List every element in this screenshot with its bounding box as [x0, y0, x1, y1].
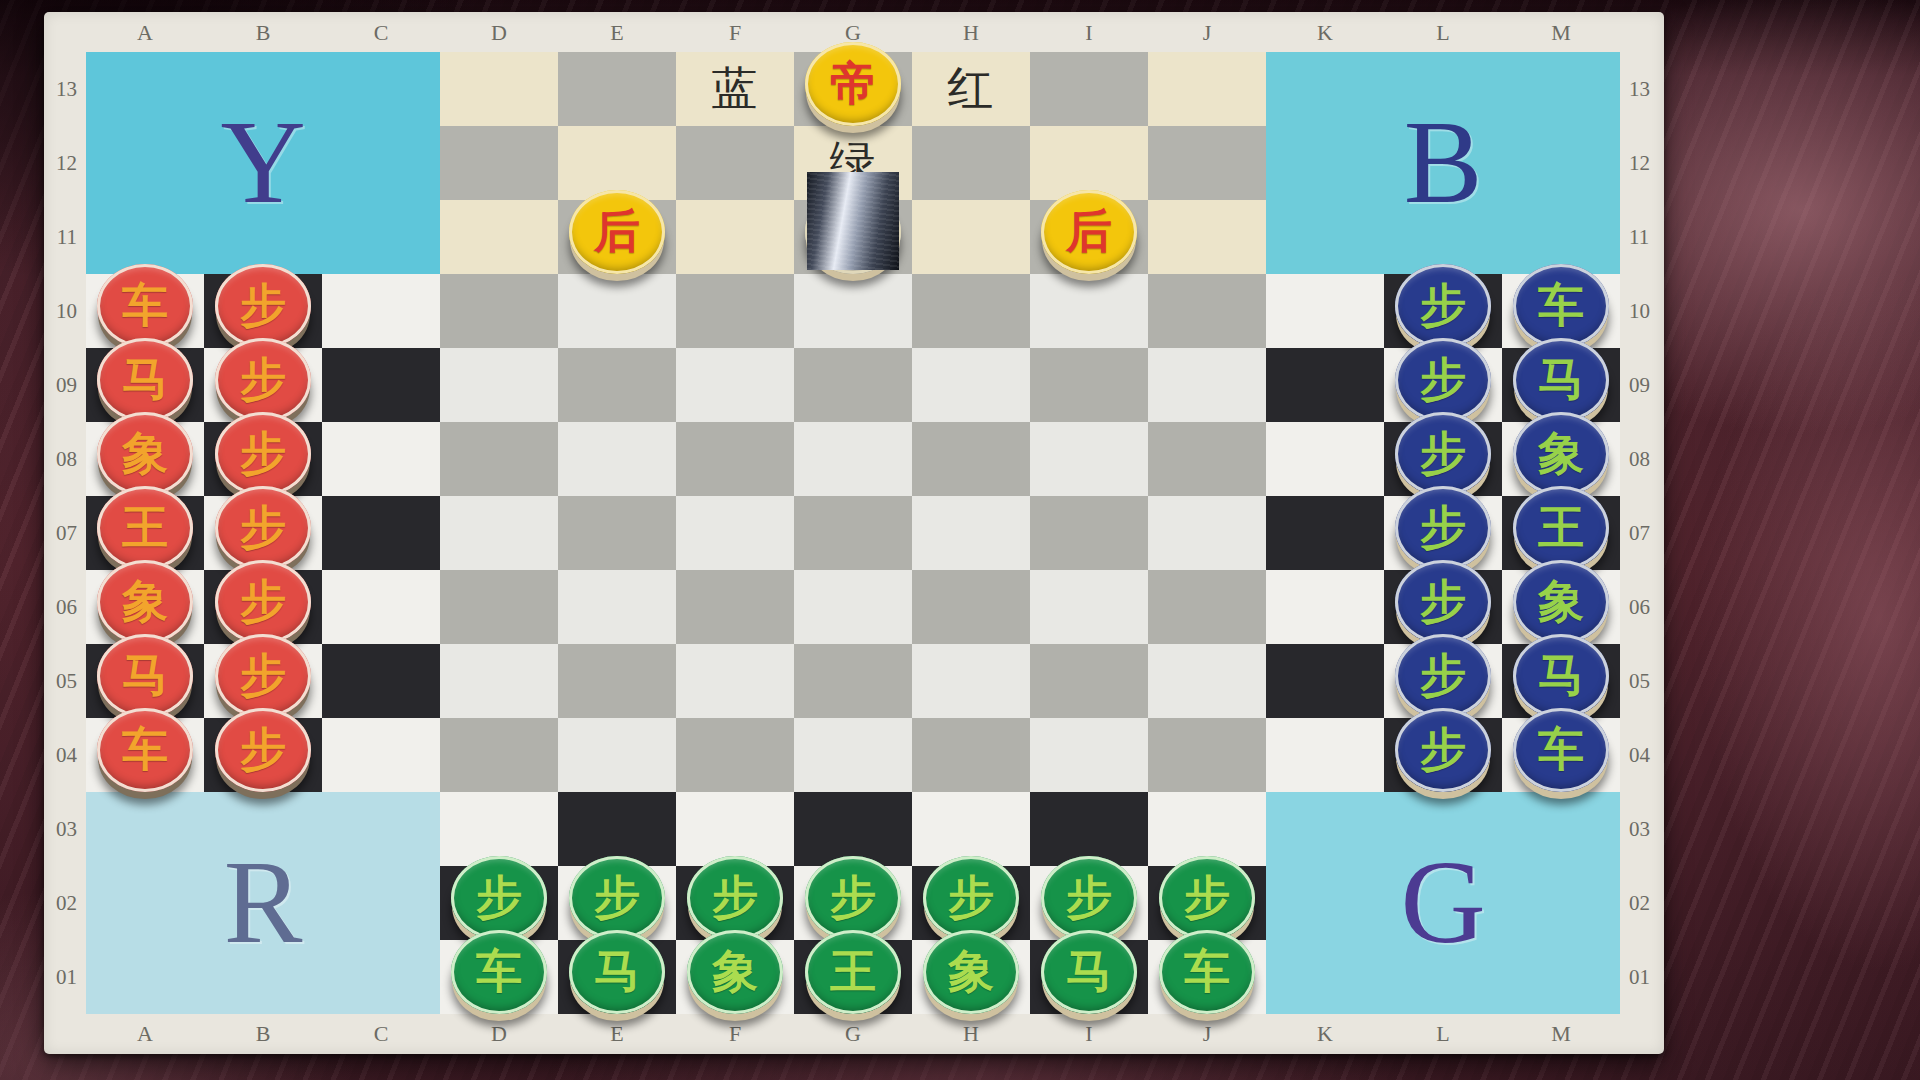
- piece-blue_right-M10[interactable]: 车: [1513, 264, 1609, 348]
- row-label-05: 05: [1622, 644, 1662, 718]
- square-J05[interactable]: [1148, 644, 1266, 718]
- col-label-B: B: [204, 16, 322, 50]
- col-label-D: D: [440, 16, 558, 50]
- row-label-11: 11: [1622, 200, 1662, 274]
- square-J06[interactable]: [1148, 570, 1266, 644]
- square-I12[interactable]: [1030, 126, 1148, 200]
- piece-yellow_top-E11[interactable]: 后: [569, 190, 665, 274]
- piece-red_left-A05[interactable]: 马: [97, 634, 193, 718]
- piece-blue_right-M04[interactable]: 车: [1513, 708, 1609, 792]
- row-label-13: 13: [1622, 52, 1662, 126]
- piece-blue_right-L09[interactable]: 步: [1395, 338, 1491, 422]
- square-E04[interactable]: [558, 718, 676, 792]
- censored-box: [807, 172, 899, 270]
- col-label-A: A: [86, 16, 204, 50]
- row-label-01: 01: [1622, 940, 1662, 1014]
- piece-green_bottom-G01[interactable]: 王: [805, 930, 901, 1014]
- square-H05[interactable]: [912, 644, 1030, 718]
- square-C05[interactable]: [322, 644, 440, 718]
- corner-yellow-home: Y: [86, 52, 440, 274]
- square-C04[interactable]: [322, 718, 440, 792]
- square-E05[interactable]: [558, 644, 676, 718]
- row-label-04: 04: [1622, 718, 1662, 792]
- row-label-08: 08: [44, 422, 84, 496]
- row-label-09: 09: [44, 348, 84, 422]
- piece-red_left-B08[interactable]: 步: [215, 412, 311, 496]
- square-H12[interactable]: [912, 126, 1030, 200]
- square-I07[interactable]: [1030, 496, 1148, 570]
- square-H07[interactable]: [912, 496, 1030, 570]
- piece-red_left-B09[interactable]: 步: [215, 338, 311, 422]
- piece-green_bottom-F02[interactable]: 步: [687, 856, 783, 940]
- col-label-F: F: [676, 1017, 794, 1051]
- piece-green_bottom-D02[interactable]: 步: [451, 856, 547, 940]
- piece-blue_right-M05[interactable]: 马: [1513, 634, 1609, 718]
- square-K08[interactable]: [1266, 422, 1384, 496]
- square-C10[interactable]: [322, 274, 440, 348]
- square-H04[interactable]: [912, 718, 1030, 792]
- square-F05[interactable]: [676, 644, 794, 718]
- corner-red-home: R: [86, 792, 440, 1014]
- square-G06[interactable]: [794, 570, 912, 644]
- row-label-06: 06: [44, 570, 84, 644]
- square-J03[interactable]: [1148, 792, 1266, 866]
- square-E10[interactable]: [558, 274, 676, 348]
- square-G04[interactable]: [794, 718, 912, 792]
- row-label-04: 04: [44, 718, 84, 792]
- piece-green_bottom-I01[interactable]: 马: [1041, 930, 1137, 1014]
- col-label-G: G: [794, 1017, 912, 1051]
- piece-red_left-A08[interactable]: 象: [97, 412, 193, 496]
- square-H09[interactable]: [912, 348, 1030, 422]
- piece-blue_right-L08[interactable]: 步: [1395, 412, 1491, 496]
- square-I13[interactable]: [1030, 52, 1148, 126]
- piece-red_left-A06[interactable]: 象: [97, 560, 193, 644]
- col-label-H: H: [912, 16, 1030, 50]
- piece-blue_right-L04[interactable]: 步: [1395, 708, 1491, 792]
- row-label-09: 09: [1622, 348, 1662, 422]
- square-C09[interactable]: [322, 348, 440, 422]
- col-label-F: F: [676, 16, 794, 50]
- piece-red_left-B06[interactable]: 步: [215, 560, 311, 644]
- col-label-K: K: [1266, 16, 1384, 50]
- piece-blue_right-L10[interactable]: 步: [1395, 264, 1491, 348]
- square-F12[interactable]: [676, 126, 794, 200]
- square-K06[interactable]: [1266, 570, 1384, 644]
- col-label-M: M: [1502, 1017, 1620, 1051]
- row-label-11: 11: [44, 200, 84, 274]
- col-label-J: J: [1148, 16, 1266, 50]
- row-label-08: 08: [1622, 422, 1662, 496]
- piece-green_bottom-H02[interactable]: 步: [923, 856, 1019, 940]
- row-label-02: 02: [1622, 866, 1662, 940]
- corner-letter-R: R: [224, 844, 303, 962]
- piece-red_left-A04[interactable]: 车: [97, 708, 193, 792]
- row-label-03: 03: [1622, 792, 1662, 866]
- square-D06[interactable]: [440, 570, 558, 644]
- game-board: ABCDEFGHIJKLM ABCDEFGHIJKLM 131211100908…: [44, 12, 1664, 1054]
- col-label-J: J: [1148, 1017, 1266, 1051]
- piece-green_bottom-G02[interactable]: 步: [805, 856, 901, 940]
- square-D12[interactable]: [440, 126, 558, 200]
- col-label-I: I: [1030, 16, 1148, 50]
- row-label-10: 10: [44, 274, 84, 348]
- corner-letter-B: B: [1404, 104, 1483, 222]
- square-E03[interactable]: [558, 792, 676, 866]
- square-H06[interactable]: [912, 570, 1030, 644]
- row-label-05: 05: [44, 644, 84, 718]
- row-label-03: 03: [44, 792, 84, 866]
- square-H08[interactable]: [912, 422, 1030, 496]
- piece-blue_right-L05[interactable]: 步: [1395, 634, 1491, 718]
- corner-letter-G: G: [1400, 844, 1485, 962]
- row-label-02: 02: [44, 866, 84, 940]
- square-I05[interactable]: [1030, 644, 1148, 718]
- row-label-01: 01: [44, 940, 84, 1014]
- piece-yellow_top-G13[interactable]: 帝: [805, 42, 901, 126]
- piece-red_left-A07[interactable]: 王: [97, 486, 193, 570]
- square-J12[interactable]: [1148, 126, 1266, 200]
- row-labels-right: 13121110090807060504030201: [1622, 52, 1662, 1014]
- col-label-M: M: [1502, 16, 1620, 50]
- square-D07[interactable]: [440, 496, 558, 570]
- square-K09[interactable]: [1266, 348, 1384, 422]
- square-F08[interactable]: [676, 422, 794, 496]
- row-label-10: 10: [1622, 274, 1662, 348]
- square-F03[interactable]: [676, 792, 794, 866]
- square-H11[interactable]: [912, 200, 1030, 274]
- square-J07[interactable]: [1148, 496, 1266, 570]
- col-label-L: L: [1384, 1017, 1502, 1051]
- square-J09[interactable]: [1148, 348, 1266, 422]
- square-F04[interactable]: [676, 718, 794, 792]
- piece-red_left-A09[interactable]: 马: [97, 338, 193, 422]
- square-J04[interactable]: [1148, 718, 1266, 792]
- piece-blue_right-L07[interactable]: 步: [1395, 486, 1491, 570]
- piece-red_left-A10[interactable]: 车: [97, 264, 193, 348]
- piece-red_left-B04[interactable]: 步: [215, 708, 311, 792]
- square-F07[interactable]: [676, 496, 794, 570]
- row-label-07: 07: [44, 496, 84, 570]
- square-D10[interactable]: [440, 274, 558, 348]
- piece-blue_right-M08[interactable]: 象: [1513, 412, 1609, 496]
- square-D08[interactable]: [440, 422, 558, 496]
- square-E06[interactable]: [558, 570, 676, 644]
- square-F10[interactable]: [676, 274, 794, 348]
- piece-green_bottom-H01[interactable]: 象: [923, 930, 1019, 1014]
- square-D13[interactable]: [440, 52, 558, 126]
- col-label-A: A: [86, 1017, 204, 1051]
- square-D04[interactable]: [440, 718, 558, 792]
- square-I09[interactable]: [1030, 348, 1148, 422]
- square-I06[interactable]: [1030, 570, 1148, 644]
- col-label-C: C: [322, 16, 440, 50]
- square-C07[interactable]: [322, 496, 440, 570]
- square-text-H13: 红: [912, 52, 1030, 126]
- row-label-12: 12: [44, 126, 84, 200]
- square-K10[interactable]: [1266, 274, 1384, 348]
- square-D11[interactable]: [440, 200, 558, 274]
- piece-blue_right-M09[interactable]: 马: [1513, 338, 1609, 422]
- square-E09[interactable]: [558, 348, 676, 422]
- square-I03[interactable]: [1030, 792, 1148, 866]
- col-label-E: E: [558, 16, 676, 50]
- square-text-F13: 蓝: [676, 52, 794, 126]
- square-I08[interactable]: [1030, 422, 1148, 496]
- square-E12[interactable]: [558, 126, 676, 200]
- piece-green_bottom-J01[interactable]: 车: [1159, 930, 1255, 1014]
- square-F11[interactable]: [676, 200, 794, 274]
- column-labels-bottom: ABCDEFGHIJKLM: [86, 1017, 1620, 1051]
- square-I04[interactable]: [1030, 718, 1148, 792]
- piece-red_left-B07[interactable]: 步: [215, 486, 311, 570]
- piece-green_bottom-F01[interactable]: 象: [687, 930, 783, 1014]
- square-J11[interactable]: [1148, 200, 1266, 274]
- piece-blue_right-M07[interactable]: 王: [1513, 486, 1609, 570]
- piece-green_bottom-E02[interactable]: 步: [569, 856, 665, 940]
- col-label-I: I: [1030, 1017, 1148, 1051]
- square-E13[interactable]: [558, 52, 676, 126]
- square-C06[interactable]: [322, 570, 440, 644]
- fabric-background: { "game": "Four-player Chinese-character…: [0, 0, 1920, 1080]
- piece-yellow_top-I11[interactable]: 后: [1041, 190, 1137, 274]
- square-G09[interactable]: [794, 348, 912, 422]
- square-G03[interactable]: [794, 792, 912, 866]
- square-F09[interactable]: [676, 348, 794, 422]
- col-label-H: H: [912, 1017, 1030, 1051]
- row-label-13: 13: [44, 52, 84, 126]
- piece-blue_right-M06[interactable]: 象: [1513, 560, 1609, 644]
- square-J08[interactable]: [1148, 422, 1266, 496]
- square-H03[interactable]: [912, 792, 1030, 866]
- square-J13[interactable]: [1148, 52, 1266, 126]
- corner-green-home: G: [1266, 792, 1620, 1014]
- board-grid: Y B R G 蓝红绿帝后后车马象王象马车步步步步步步步车马象王象马车步步步步步…: [86, 52, 1620, 1014]
- square-C08[interactable]: [322, 422, 440, 496]
- piece-blue_right-L06[interactable]: 步: [1395, 560, 1491, 644]
- piece-red_left-B05[interactable]: 步: [215, 634, 311, 718]
- square-D05[interactable]: [440, 644, 558, 718]
- square-D09[interactable]: [440, 348, 558, 422]
- row-label-12: 12: [1622, 126, 1662, 200]
- piece-green_bottom-I02[interactable]: 步: [1041, 856, 1137, 940]
- col-label-K: K: [1266, 1017, 1384, 1051]
- corner-letter-Y: Y: [220, 104, 305, 222]
- square-G07[interactable]: [794, 496, 912, 570]
- square-G05[interactable]: [794, 644, 912, 718]
- corner-blue-home: B: [1266, 52, 1620, 274]
- row-label-07: 07: [1622, 496, 1662, 570]
- square-E07[interactable]: [558, 496, 676, 570]
- piece-red_left-B10[interactable]: 步: [215, 264, 311, 348]
- col-label-C: C: [322, 1017, 440, 1051]
- col-label-B: B: [204, 1017, 322, 1051]
- square-F06[interactable]: [676, 570, 794, 644]
- square-J10[interactable]: [1148, 274, 1266, 348]
- square-K07[interactable]: [1266, 496, 1384, 570]
- square-G10[interactable]: [794, 274, 912, 348]
- piece-green_bottom-D01[interactable]: 车: [451, 930, 547, 1014]
- square-E08[interactable]: [558, 422, 676, 496]
- square-K05[interactable]: [1266, 644, 1384, 718]
- row-label-06: 06: [1622, 570, 1662, 644]
- piece-green_bottom-J02[interactable]: 步: [1159, 856, 1255, 940]
- square-D03[interactable]: [440, 792, 558, 866]
- piece-green_bottom-E01[interactable]: 马: [569, 930, 665, 1014]
- col-label-L: L: [1384, 16, 1502, 50]
- square-K04[interactable]: [1266, 718, 1384, 792]
- col-label-E: E: [558, 1017, 676, 1051]
- row-labels-left: 13121110090807060504030201: [44, 52, 84, 1014]
- square-H10[interactable]: [912, 274, 1030, 348]
- col-label-D: D: [440, 1017, 558, 1051]
- square-I10[interactable]: [1030, 274, 1148, 348]
- square-G08[interactable]: [794, 422, 912, 496]
